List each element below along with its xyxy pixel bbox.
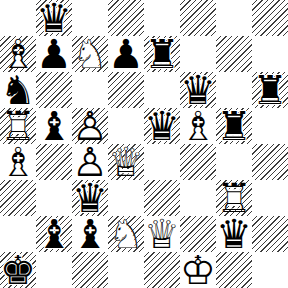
square-g4[interactable] bbox=[216, 144, 252, 180]
square-a5[interactable]: ♜♖ bbox=[0, 108, 36, 144]
square-c5[interactable]: ♟♙ bbox=[72, 108, 108, 144]
white-bishop-fill-f5: ♝ bbox=[180, 108, 216, 144]
piece-black-queen-c3: ♛ bbox=[72, 180, 108, 216]
piece-black-rook-e7: ♜ bbox=[144, 36, 180, 72]
piece-black-queen-e5: ♛ bbox=[144, 108, 180, 144]
square-b7[interactable]: ♟ bbox=[36, 36, 72, 72]
square-c3[interactable]: ♛ bbox=[72, 180, 108, 216]
square-f2[interactable] bbox=[180, 216, 216, 252]
square-d5[interactable] bbox=[108, 108, 144, 144]
square-c1[interactable] bbox=[72, 252, 108, 288]
square-c2[interactable]: ♝ bbox=[72, 216, 108, 252]
square-e5[interactable]: ♛ bbox=[144, 108, 180, 144]
piece-black-rook-h6: ♜ bbox=[252, 72, 288, 108]
white-knight-fill-d2: ♞ bbox=[108, 216, 144, 252]
white-rook-fill-a5: ♜ bbox=[0, 108, 36, 144]
square-g8[interactable] bbox=[216, 0, 252, 36]
piece-black-queen-f6: ♛ bbox=[180, 72, 216, 108]
white-queen-fill-e2: ♛ bbox=[144, 216, 180, 252]
square-h3[interactable] bbox=[252, 180, 288, 216]
piece-black-pawn-b7: ♟ bbox=[36, 36, 72, 72]
square-e3[interactable] bbox=[144, 180, 180, 216]
piece-white-queen-d4: ♕ bbox=[108, 144, 144, 180]
piece-black-knight-a6: ♞ bbox=[0, 72, 36, 108]
square-f6[interactable]: ♛ bbox=[180, 72, 216, 108]
square-d2[interactable]: ♞♘ bbox=[108, 216, 144, 252]
square-f3[interactable] bbox=[180, 180, 216, 216]
square-h7[interactable] bbox=[252, 36, 288, 72]
square-h1[interactable] bbox=[252, 252, 288, 288]
square-a6[interactable]: ♞ bbox=[0, 72, 36, 108]
square-d3[interactable] bbox=[108, 180, 144, 216]
square-g5[interactable]: ♜ bbox=[216, 108, 252, 144]
square-g6[interactable] bbox=[216, 72, 252, 108]
square-f8[interactable] bbox=[180, 0, 216, 36]
square-h4[interactable] bbox=[252, 144, 288, 180]
square-h5[interactable] bbox=[252, 108, 288, 144]
white-pawn-fill-c4: ♟ bbox=[72, 144, 108, 180]
square-h8[interactable] bbox=[252, 0, 288, 36]
white-knight-fill-c7: ♞ bbox=[72, 36, 108, 72]
piece-black-bishop-c2: ♝ bbox=[72, 216, 108, 252]
square-a4[interactable]: ♝♗ bbox=[0, 144, 36, 180]
square-f5[interactable]: ♝♗ bbox=[180, 108, 216, 144]
square-d4[interactable]: ♛♕ bbox=[108, 144, 144, 180]
white-queen-fill-d4: ♛ bbox=[108, 144, 144, 180]
white-rook-fill-g3: ♜ bbox=[216, 180, 252, 216]
square-c8[interactable] bbox=[72, 0, 108, 36]
piece-black-rook-g5: ♜ bbox=[216, 108, 252, 144]
square-g1[interactable] bbox=[216, 252, 252, 288]
piece-white-knight-d2: ♘ bbox=[108, 216, 144, 252]
square-c6[interactable] bbox=[72, 72, 108, 108]
square-e4[interactable] bbox=[144, 144, 180, 180]
square-c7[interactable]: ♞♘ bbox=[72, 36, 108, 72]
piece-white-knight-c7: ♘ bbox=[72, 36, 108, 72]
piece-white-bishop-a4: ♗ bbox=[0, 144, 36, 180]
piece-black-queen-b8: ♛ bbox=[36, 0, 72, 36]
square-f4[interactable] bbox=[180, 144, 216, 180]
square-a1[interactable]: ♚ bbox=[0, 252, 36, 288]
piece-white-king-f1: ♔ bbox=[180, 252, 216, 288]
square-a3[interactable] bbox=[0, 180, 36, 216]
square-c4[interactable]: ♟♙ bbox=[72, 144, 108, 180]
white-king-fill-f1: ♚ bbox=[180, 252, 216, 288]
square-e2[interactable]: ♛♕ bbox=[144, 216, 180, 252]
chess-board: ♛♝♗♟♞♘♟♜♞♛♜♜♖♝♟♙♛♝♗♜♝♗♟♙♛♕♛♜♖♝♝♞♘♛♕♛♚♚♔ bbox=[0, 0, 288, 288]
piece-black-queen-g2: ♛ bbox=[216, 216, 252, 252]
piece-white-queen-e2: ♕ bbox=[144, 216, 180, 252]
square-b5[interactable]: ♝ bbox=[36, 108, 72, 144]
square-b6[interactable] bbox=[36, 72, 72, 108]
square-b8[interactable]: ♛ bbox=[36, 0, 72, 36]
piece-white-rook-a5: ♖ bbox=[0, 108, 36, 144]
piece-black-king-a1: ♚ bbox=[0, 252, 36, 288]
square-d7[interactable]: ♟ bbox=[108, 36, 144, 72]
piece-white-pawn-c5: ♙ bbox=[72, 108, 108, 144]
square-h6[interactable]: ♜ bbox=[252, 72, 288, 108]
square-b2[interactable]: ♝ bbox=[36, 216, 72, 252]
white-pawn-fill-c5: ♟ bbox=[72, 108, 108, 144]
square-e1[interactable] bbox=[144, 252, 180, 288]
square-f1[interactable]: ♚♔ bbox=[180, 252, 216, 288]
white-bishop-fill-a7: ♝ bbox=[0, 36, 36, 72]
piece-black-bishop-b2: ♝ bbox=[36, 216, 72, 252]
square-d1[interactable] bbox=[108, 252, 144, 288]
square-h2[interactable] bbox=[252, 216, 288, 252]
piece-white-pawn-c4: ♙ bbox=[72, 144, 108, 180]
square-g2[interactable]: ♛ bbox=[216, 216, 252, 252]
piece-black-pawn-d7: ♟ bbox=[108, 36, 144, 72]
square-b3[interactable] bbox=[36, 180, 72, 216]
square-f7[interactable] bbox=[180, 36, 216, 72]
square-e7[interactable]: ♜ bbox=[144, 36, 180, 72]
square-a2[interactable] bbox=[0, 216, 36, 252]
square-e8[interactable] bbox=[144, 0, 180, 36]
square-a8[interactable] bbox=[0, 0, 36, 36]
square-e6[interactable] bbox=[144, 72, 180, 108]
piece-white-bishop-f5: ♗ bbox=[180, 108, 216, 144]
square-b4[interactable] bbox=[36, 144, 72, 180]
piece-black-bishop-b5: ♝ bbox=[36, 108, 72, 144]
square-g3[interactable]: ♜♖ bbox=[216, 180, 252, 216]
square-d8[interactable] bbox=[108, 0, 144, 36]
square-a7[interactable]: ♝♗ bbox=[0, 36, 36, 72]
square-b1[interactable] bbox=[36, 252, 72, 288]
piece-white-bishop-a7: ♗ bbox=[0, 36, 36, 72]
square-d6[interactable] bbox=[108, 72, 144, 108]
white-bishop-fill-a4: ♝ bbox=[0, 144, 36, 180]
square-g7[interactable] bbox=[216, 36, 252, 72]
piece-white-rook-g3: ♖ bbox=[216, 180, 252, 216]
